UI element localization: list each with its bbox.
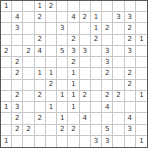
clue-number: 2 — [71, 59, 75, 66]
clue-number: 2 — [94, 36, 98, 43]
cell-r1c12[interactable] — [136, 12, 147, 23]
clue-number: 2 — [38, 115, 42, 122]
clue-number: 1 — [94, 25, 98, 32]
cell-r10c3[interactable]: 2 — [35, 113, 46, 124]
cell-r6c7[interactable] — [80, 68, 91, 79]
cell-r12c5[interactable] — [57, 136, 68, 147]
clue-number: 2 — [127, 25, 131, 32]
cell-r7c8[interactable] — [91, 80, 102, 91]
cell-r4c9[interactable]: 3 — [102, 46, 113, 57]
cell-r10c8[interactable] — [91, 113, 102, 124]
clue-number: 5 — [105, 126, 109, 133]
cell-r4c7[interactable]: 3 — [80, 46, 91, 57]
cell-r9c0[interactable]: 1 — [1, 102, 12, 113]
cell-r12c4[interactable] — [46, 136, 57, 147]
cell-r4c11[interactable]: 3 — [125, 46, 136, 57]
cell-r12c1[interactable] — [12, 136, 23, 147]
clue-number: 2 — [26, 126, 30, 133]
cell-r7c1[interactable] — [12, 80, 23, 91]
clue-number: 2 — [38, 14, 42, 21]
cell-r5c8[interactable] — [91, 57, 102, 68]
clue-number: 2 — [127, 70, 131, 77]
cell-r8c9[interactable]: 2 — [102, 91, 113, 102]
cell-r12c7[interactable] — [80, 136, 91, 147]
clue-number: 2 — [15, 115, 19, 122]
cell-r8c6[interactable]: 1 — [68, 91, 79, 102]
clue-number: 4 — [71, 14, 75, 21]
cell-r2c1[interactable]: 3 — [12, 23, 23, 34]
cell-r5c5[interactable] — [57, 57, 68, 68]
clue-number: 1 — [139, 36, 143, 43]
cell-r7c4[interactable]: 2 — [46, 80, 57, 91]
cell-r6c10[interactable] — [113, 68, 124, 79]
cell-r1c9[interactable] — [102, 12, 113, 23]
cell-r10c6[interactable] — [68, 113, 79, 124]
cell-r5c1[interactable]: 2 — [12, 57, 23, 68]
cell-r11c6[interactable]: 2 — [68, 125, 79, 136]
cell-r1c2[interactable] — [23, 12, 34, 23]
cell-r2c6[interactable] — [68, 23, 79, 34]
clue-number: 4 — [105, 104, 109, 111]
cell-r6c8[interactable] — [91, 68, 102, 79]
cell-r0c5[interactable] — [57, 1, 68, 12]
clue-number: 1 — [4, 104, 8, 111]
cell-r8c2[interactable] — [23, 91, 34, 102]
cell-r2c12[interactable] — [136, 23, 147, 34]
cell-r11c4[interactable] — [46, 125, 57, 136]
cell-r2c11[interactable]: 2 — [125, 23, 136, 34]
clue-number: 2 — [38, 92, 42, 99]
clue-number: 1 — [4, 138, 8, 145]
cell-r2c2[interactable] — [23, 23, 34, 34]
cell-r3c9[interactable] — [102, 35, 113, 46]
cell-r2c3[interactable] — [35, 23, 46, 34]
cell-r8c7[interactable]: 2 — [80, 91, 91, 102]
cell-r12c3[interactable] — [35, 136, 46, 147]
cell-r8c3[interactable]: 2 — [35, 91, 46, 102]
cell-r8c12[interactable]: 1 — [136, 91, 147, 102]
clue-number: 1 — [71, 104, 75, 111]
clue-number: 3 — [105, 138, 109, 145]
cell-r3c2[interactable] — [23, 35, 34, 46]
cell-r4c6[interactable]: 3 — [68, 46, 79, 57]
cell-r3c10[interactable] — [113, 35, 124, 46]
mosaic-grid: 1124242133331222222122453333223211122212… — [0, 0, 148, 148]
clue-number: 2 — [71, 36, 75, 43]
clue-number: 3 — [15, 104, 19, 111]
cell-r11c8[interactable] — [91, 125, 102, 136]
clue-number: 3 — [127, 48, 131, 55]
cell-r4c5[interactable]: 5 — [57, 46, 68, 57]
cell-r4c12[interactable] — [136, 46, 147, 57]
clue-number: 2 — [4, 48, 8, 55]
cell-r3c11[interactable]: 2 — [125, 35, 136, 46]
cell-r11c9[interactable]: 5 — [102, 125, 113, 136]
cell-r12c2[interactable] — [23, 136, 34, 147]
cell-r1c0[interactable] — [1, 12, 12, 23]
cell-r5c2[interactable] — [23, 57, 34, 68]
cell-r12c10[interactable] — [113, 136, 124, 147]
clue-number: 2 — [116, 92, 120, 99]
clue-number: 3 — [94, 138, 98, 145]
cell-r10c4[interactable] — [46, 113, 57, 124]
cell-r0c1[interactable] — [12, 1, 23, 12]
clue-number: 4 — [127, 115, 131, 122]
cell-r5c12[interactable] — [136, 57, 147, 68]
cell-r1c10[interactable]: 3 — [113, 12, 124, 23]
clue-number: 2 — [82, 92, 86, 99]
cell-r7c10[interactable] — [113, 80, 124, 91]
clue-number: 1 — [71, 70, 75, 77]
cell-r4c1[interactable] — [12, 46, 23, 57]
cell-r11c5[interactable]: 2 — [57, 125, 68, 136]
cell-r5c9[interactable]: 3 — [102, 57, 113, 68]
cell-r10c12[interactable] — [136, 113, 147, 124]
cell-r9c3[interactable] — [35, 102, 46, 113]
cell-r9c7[interactable] — [80, 102, 91, 113]
cell-r5c7[interactable] — [80, 57, 91, 68]
clue-number: 4 — [82, 115, 86, 122]
cell-r0c9[interactable] — [102, 1, 113, 12]
clue-number: 1 — [60, 92, 64, 99]
cell-r9c12[interactable] — [136, 102, 147, 113]
cell-r7c5[interactable] — [57, 80, 68, 91]
cell-r2c5[interactable]: 3 — [57, 23, 68, 34]
clue-number: 1 — [71, 92, 75, 99]
cell-r8c4[interactable] — [46, 91, 57, 102]
clue-number: 2 — [15, 70, 19, 77]
cell-r1c4[interactable] — [46, 12, 57, 23]
cell-r9c8[interactable] — [91, 102, 102, 113]
cell-r1c6[interactable]: 4 — [68, 12, 79, 23]
cell-r8c1[interactable]: 2 — [12, 91, 23, 102]
cell-r8c0[interactable] — [1, 91, 12, 102]
cell-r7c7[interactable] — [80, 80, 91, 91]
cell-r5c6[interactable]: 2 — [68, 57, 79, 68]
clue-number: 1 — [49, 70, 53, 77]
cell-r0c7[interactable] — [80, 1, 91, 12]
cell-r12c0[interactable]: 1 — [1, 136, 12, 147]
cell-r0c6[interactable] — [68, 1, 79, 12]
cell-r7c9[interactable] — [102, 80, 113, 91]
clue-number: 1 — [94, 14, 98, 21]
clue-number: 3 — [127, 126, 131, 133]
clue-number: 2 — [15, 59, 19, 66]
clue-number: 2 — [49, 3, 53, 10]
clue-number: 1 — [38, 70, 42, 77]
cell-r6c12[interactable] — [136, 68, 147, 79]
clue-number: 4 — [38, 48, 42, 55]
cell-r10c9[interactable] — [102, 113, 113, 124]
cell-r11c1[interactable]: 2 — [12, 125, 23, 136]
cell-r8c8[interactable] — [91, 91, 102, 102]
cell-r0c8[interactable] — [91, 1, 102, 12]
cell-r9c5[interactable] — [57, 102, 68, 113]
cell-r10c1[interactable]: 2 — [12, 113, 23, 124]
cell-r5c3[interactable] — [35, 57, 46, 68]
clue-number: 1 — [60, 115, 64, 122]
clue-number: 2 — [71, 126, 75, 133]
cell-r10c0[interactable] — [1, 113, 12, 124]
cell-r6c5[interactable] — [57, 68, 68, 79]
clue-number: 3 — [82, 48, 86, 55]
cell-r2c4[interactable] — [46, 23, 57, 34]
cell-r7c0[interactable] — [1, 80, 12, 91]
clue-number: 3 — [15, 25, 19, 32]
clue-number: 3 — [105, 59, 109, 66]
cell-r12c11[interactable] — [125, 136, 136, 147]
cell-r3c1[interactable] — [12, 35, 23, 46]
clue-number: 1 — [71, 81, 75, 88]
cell-r6c9[interactable]: 2 — [102, 68, 113, 79]
clue-number: 1 — [4, 3, 8, 10]
cell-r1c7[interactable]: 2 — [80, 12, 91, 23]
cell-r4c3[interactable]: 4 — [35, 46, 46, 57]
cell-r5c11[interactable] — [125, 57, 136, 68]
cell-r7c3[interactable] — [35, 80, 46, 91]
cell-r12c12[interactable]: 1 — [136, 136, 147, 147]
cell-r3c6[interactable]: 2 — [68, 35, 79, 46]
cell-r0c0[interactable]: 1 — [1, 1, 12, 12]
cell-r3c5[interactable] — [57, 35, 68, 46]
clue-number: 1 — [38, 3, 42, 10]
cell-r12c6[interactable] — [68, 136, 79, 147]
cell-r12c8[interactable]: 3 — [91, 136, 102, 147]
cell-r0c2[interactable] — [23, 1, 34, 12]
clue-number: 2 — [105, 70, 109, 77]
cell-r9c1[interactable]: 3 — [12, 102, 23, 113]
cell-r2c7[interactable] — [80, 23, 91, 34]
cell-r3c8[interactable]: 2 — [91, 35, 102, 46]
cell-r12c9[interactable]: 3 — [102, 136, 113, 147]
cell-r8c5[interactable]: 1 — [57, 91, 68, 102]
cell-r7c6[interactable]: 1 — [68, 80, 79, 91]
clue-number: 2 — [15, 126, 19, 133]
cell-r10c10[interactable] — [113, 113, 124, 124]
cell-r6c1[interactable]: 2 — [12, 68, 23, 79]
clue-number: 2 — [82, 14, 86, 21]
clue-number: 3 — [127, 14, 131, 21]
cell-r6c2[interactable] — [23, 68, 34, 79]
cell-r6c11[interactable]: 2 — [125, 68, 136, 79]
cell-r11c3[interactable] — [35, 125, 46, 136]
cell-r4c8[interactable] — [91, 46, 102, 57]
cell-r6c3[interactable]: 1 — [35, 68, 46, 79]
cell-r11c7[interactable] — [80, 125, 91, 136]
cell-r8c11[interactable] — [125, 91, 136, 102]
clue-number: 2 — [127, 36, 131, 43]
clue-number: 2 — [26, 48, 30, 55]
cell-r7c11[interactable]: 2 — [125, 80, 136, 91]
clue-number: 3 — [71, 48, 75, 55]
cell-r4c10[interactable] — [113, 46, 124, 57]
clue-number: 5 — [60, 48, 64, 55]
cell-r9c2[interactable] — [23, 102, 34, 113]
cell-r7c12[interactable] — [136, 80, 147, 91]
cell-r1c1[interactable]: 4 — [12, 12, 23, 23]
cell-r3c7[interactable] — [80, 35, 91, 46]
cell-r5c0[interactable] — [1, 57, 12, 68]
cell-r0c4[interactable]: 2 — [46, 1, 57, 12]
cell-r3c0[interactable] — [1, 35, 12, 46]
clue-number: 2 — [127, 81, 131, 88]
cell-r11c12[interactable] — [136, 125, 147, 136]
clue-number: 3 — [105, 48, 109, 55]
cell-r11c10[interactable] — [113, 125, 124, 136]
cell-r6c0[interactable] — [1, 68, 12, 79]
cell-r5c4[interactable] — [46, 57, 57, 68]
cell-r3c3[interactable]: 2 — [35, 35, 46, 46]
clue-number: 2 — [49, 81, 53, 88]
cell-r11c11[interactable]: 3 — [125, 125, 136, 136]
cell-r3c12[interactable]: 1 — [136, 35, 147, 46]
cell-r4c0[interactable]: 2 — [1, 46, 12, 57]
cell-r2c0[interactable] — [1, 23, 12, 34]
cell-r9c6[interactable]: 1 — [68, 102, 79, 113]
cell-r6c4[interactable]: 1 — [46, 68, 57, 79]
cell-r0c11[interactable] — [125, 1, 136, 12]
cell-r4c4[interactable] — [46, 46, 57, 57]
cell-r1c3[interactable]: 2 — [35, 12, 46, 23]
cell-r1c11[interactable]: 3 — [125, 12, 136, 23]
cell-r2c10[interactable] — [113, 23, 124, 34]
cell-r4c2[interactable]: 2 — [23, 46, 34, 57]
cell-r0c10[interactable] — [113, 1, 124, 12]
cell-r9c4[interactable]: 1 — [46, 102, 57, 113]
clue-number: 1 — [139, 92, 143, 99]
cell-r9c9[interactable]: 4 — [102, 102, 113, 113]
cell-r9c10[interactable] — [113, 102, 124, 113]
clue-number: 2 — [60, 126, 64, 133]
clue-number: 2 — [15, 92, 19, 99]
cell-r10c5[interactable]: 1 — [57, 113, 68, 124]
cell-r1c5[interactable] — [57, 12, 68, 23]
cell-r8c10[interactable]: 2 — [113, 91, 124, 102]
cell-r6c6[interactable]: 1 — [68, 68, 79, 79]
cell-r5c10[interactable] — [113, 57, 124, 68]
cell-r2c9[interactable]: 2 — [102, 23, 113, 34]
clue-number: 3 — [116, 14, 120, 21]
clue-number: 3 — [60, 25, 64, 32]
clue-number: 2 — [105, 92, 109, 99]
cell-r10c11[interactable]: 4 — [125, 113, 136, 124]
cell-r0c3[interactable]: 1 — [35, 1, 46, 12]
clue-number: 2 — [38, 36, 42, 43]
clue-number: 4 — [15, 14, 19, 21]
cell-r2c8[interactable]: 1 — [91, 23, 102, 34]
cell-r11c0[interactable] — [1, 125, 12, 136]
clue-number: 2 — [105, 25, 109, 32]
cell-r0c12[interactable] — [136, 1, 147, 12]
clue-number: 1 — [139, 138, 143, 145]
cell-r7c2[interactable] — [23, 80, 34, 91]
cell-r3c4[interactable] — [46, 35, 57, 46]
cell-r9c11[interactable] — [125, 102, 136, 113]
cell-r10c7[interactable]: 4 — [80, 113, 91, 124]
cell-r10c2[interactable] — [23, 113, 34, 124]
cell-r11c2[interactable]: 2 — [23, 125, 34, 136]
clue-number: 1 — [49, 104, 53, 111]
cell-r1c8[interactable]: 1 — [91, 12, 102, 23]
